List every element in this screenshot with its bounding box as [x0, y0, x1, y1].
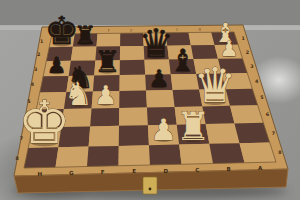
- square-e8[interactable]: [119, 145, 151, 166]
- file-label-bottom-F: F: [101, 169, 105, 175]
- rank-label-right-5: 5: [260, 95, 263, 100]
- chess-photo-scene: HHGGFFEEDDCCBBAA1122334455667788♚♜♝♛♟♟♜♝…: [0, 0, 300, 200]
- piece-black-pawn-d4[interactable]: ♟: [148, 65, 170, 93]
- piece-white-pawn-d7[interactable]: ♟: [150, 113, 177, 147]
- rank-label-left-2: 2: [37, 52, 40, 57]
- rank-label-right-1: 1: [241, 36, 244, 41]
- file-label-bottom-E: E: [132, 168, 136, 174]
- piece-black-pawn-h3[interactable]: ♟: [47, 52, 67, 78]
- rank-label-left-3: 3: [34, 67, 37, 72]
- square-f8[interactable]: [87, 146, 119, 167]
- file-label-bottom-H: H: [37, 171, 42, 177]
- piece-white-pawn-f5[interactable]: ♟: [94, 80, 117, 110]
- file-label-bottom-G: G: [69, 170, 74, 176]
- brass-latch: [143, 177, 157, 194]
- piece-black-bishop-c3[interactable]: ♝: [169, 42, 197, 78]
- square-e5[interactable]: [119, 91, 147, 108]
- rank-label-right-7: 7: [272, 131, 275, 136]
- chessboard: HHGGFFEEDDCCBBAA1122334455667788♚♜♝♛♟♟♜♝…: [0, 0, 300, 200]
- latch-keyhole: [149, 188, 152, 191]
- square-f7[interactable]: [89, 126, 119, 147]
- file-label-bottom-B: B: [227, 166, 231, 172]
- piece-black-rook-f3[interactable]: ♜: [94, 45, 120, 79]
- square-f6[interactable]: [90, 108, 119, 126]
- file-label-top-B: B: [199, 27, 202, 32]
- piece-white-rook-c7[interactable]: ♜: [176, 104, 211, 149]
- file-label-top-C: C: [176, 27, 179, 32]
- file-label-bottom-A: A: [258, 165, 263, 171]
- piece-white-king-h7[interactable]: ♚: [18, 88, 71, 157]
- square-e4[interactable]: [119, 75, 146, 91]
- square-e6[interactable]: [119, 107, 148, 125]
- rank-label-right-2: 2: [246, 50, 249, 55]
- square-b8[interactable]: [209, 143, 244, 163]
- rank-label-left-1: 1: [40, 39, 43, 44]
- square-e7[interactable]: [119, 125, 149, 146]
- rank-label-right-3: 3: [250, 64, 253, 69]
- file-label-bottom-D: D: [163, 168, 168, 174]
- file-label-bottom-C: C: [195, 167, 199, 173]
